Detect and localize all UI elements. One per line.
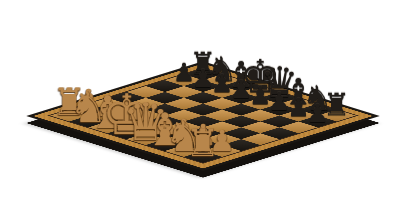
board-frame [33,64,372,169]
chess-board [26,61,380,170]
board-grid [47,67,358,163]
chess-set-photo: ♜♞♝♚♛♝♞♜♟♟♟♟♟♟♟♟♟♟♟♟♟♟♟♟♜♞♝♚♛♝♞♜ [0,0,400,197]
